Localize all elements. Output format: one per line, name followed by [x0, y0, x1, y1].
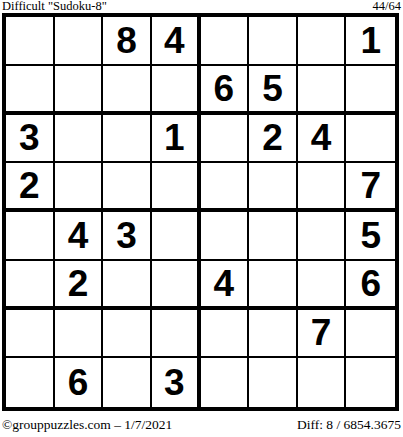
cell-r6c3-empty[interactable]: [103, 261, 152, 310]
cell-r8c8-empty[interactable]: [346, 358, 395, 407]
cell-r5c6-empty[interactable]: [249, 212, 298, 261]
cell-r1c4-given: 4: [152, 17, 201, 66]
cell-r1c6-empty[interactable]: [249, 17, 298, 66]
cell-r4c1-given: 2: [6, 163, 55, 212]
cell-r7c8-empty[interactable]: [346, 310, 395, 359]
cell-r2c6-given: 5: [249, 66, 298, 115]
cell-r8c4-given: 3: [152, 358, 201, 407]
cell-r5c2-given: 4: [55, 212, 104, 261]
sudoku-page: Difficult "Sudoku-8" 44/64 8416531242743…: [2, 0, 401, 432]
cell-r6c1-empty[interactable]: [6, 261, 55, 310]
cell-r1c2-empty[interactable]: [55, 17, 104, 66]
cell-r8c5-empty[interactable]: [201, 358, 250, 407]
footer: ©grouppuzzles.com – 1/7/2021 Diff: 8 / 6…: [2, 417, 401, 432]
cell-r5c1-empty[interactable]: [6, 212, 55, 261]
cell-r8c2-given: 6: [55, 358, 104, 407]
cell-r1c5-empty[interactable]: [201, 17, 250, 66]
cell-r3c4-given: 1: [152, 115, 201, 164]
cell-r6c4-empty[interactable]: [152, 261, 201, 310]
cell-r3c3-empty[interactable]: [103, 115, 152, 164]
cell-r6c8-given: 6: [346, 261, 395, 310]
cell-r7c5-empty[interactable]: [201, 310, 250, 359]
cell-r4c2-empty[interactable]: [55, 163, 104, 212]
puzzle-title: Difficult "Sudoku-8": [2, 0, 107, 13]
cell-r5c7-empty[interactable]: [298, 212, 347, 261]
cell-r6c5-given: 4: [201, 261, 250, 310]
cell-r7c2-empty[interactable]: [55, 310, 104, 359]
sudoku-board: 84165312427435246763: [2, 13, 399, 411]
cell-r6c2-given: 2: [55, 261, 104, 310]
cell-r7c4-empty[interactable]: [152, 310, 201, 359]
difficulty-text: Diff: 8 / 6854.3675: [297, 417, 401, 432]
header: Difficult "Sudoku-8" 44/64: [2, 0, 401, 13]
cell-r7c6-empty[interactable]: [249, 310, 298, 359]
cell-r6c6-empty[interactable]: [249, 261, 298, 310]
cell-r5c4-empty[interactable]: [152, 212, 201, 261]
cell-r4c3-empty[interactable]: [103, 163, 152, 212]
cell-r7c1-empty[interactable]: [6, 310, 55, 359]
cell-r8c6-empty[interactable]: [249, 358, 298, 407]
cell-r3c2-empty[interactable]: [55, 115, 104, 164]
cell-r2c4-empty[interactable]: [152, 66, 201, 115]
cell-r3c1-given: 3: [6, 115, 55, 164]
cell-r6c7-empty[interactable]: [298, 261, 347, 310]
cell-r3c5-empty[interactable]: [201, 115, 250, 164]
cell-r5c3-given: 3: [103, 212, 152, 261]
cell-r4c6-empty[interactable]: [249, 163, 298, 212]
cell-r5c5-empty[interactable]: [201, 212, 250, 261]
cell-r1c1-empty[interactable]: [6, 17, 55, 66]
cell-r2c7-empty[interactable]: [298, 66, 347, 115]
cell-r3c6-given: 2: [249, 115, 298, 164]
cell-r2c8-empty[interactable]: [346, 66, 395, 115]
cell-r4c5-empty[interactable]: [201, 163, 250, 212]
cell-r4c4-empty[interactable]: [152, 163, 201, 212]
copyright-text: ©grouppuzzles.com – 1/7/2021: [2, 417, 172, 432]
cell-r2c2-empty[interactable]: [55, 66, 104, 115]
cell-r1c3-given: 8: [103, 17, 152, 66]
cell-r7c7-given: 7: [298, 310, 347, 359]
cell-r5c8-given: 5: [346, 212, 395, 261]
cell-r4c7-empty[interactable]: [298, 163, 347, 212]
cell-r2c5-given: 6: [201, 66, 250, 115]
cell-r1c7-empty[interactable]: [298, 17, 347, 66]
cell-r8c1-empty[interactable]: [6, 358, 55, 407]
cell-r8c7-empty[interactable]: [298, 358, 347, 407]
cell-r2c1-empty[interactable]: [6, 66, 55, 115]
cell-r3c8-empty[interactable]: [346, 115, 395, 164]
cell-r4c8-given: 7: [346, 163, 395, 212]
cell-r8c3-empty[interactable]: [103, 358, 152, 407]
cell-r3c7-given: 4: [298, 115, 347, 164]
empty-cell-counter: 44/64: [373, 0, 401, 13]
cell-r1c8-given: 1: [346, 17, 395, 66]
cell-r2c3-empty[interactable]: [103, 66, 152, 115]
cell-r7c3-empty[interactable]: [103, 310, 152, 359]
